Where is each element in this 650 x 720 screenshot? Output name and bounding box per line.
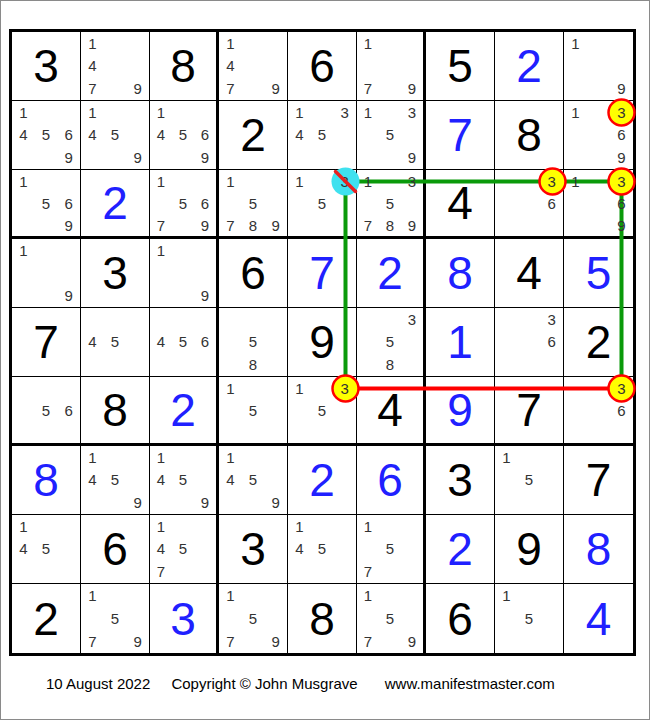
cell-r1c8[interactable]: 2 [495, 32, 564, 101]
cell-r1c5[interactable]: 6 [288, 32, 357, 101]
pencil-8: 8 [242, 353, 265, 376]
pencil-1: 1 [219, 170, 242, 192]
pencil-9: 9 [610, 77, 633, 100]
pencil-1: 1 [357, 101, 379, 124]
cell-r8c5[interactable]: 145 [288, 515, 357, 584]
pencil-6: 6 [194, 331, 216, 354]
pencil-marks: 145 [12, 515, 80, 583]
pencil-1: 1 [564, 170, 587, 192]
solved-digit: 2 [240, 112, 266, 158]
solved-digit: 4 [377, 387, 403, 433]
cell-r5c7[interactable]: 1 [426, 308, 495, 377]
pencil-marks: 456 [150, 308, 216, 376]
pencil-5: 5 [379, 538, 401, 561]
pencil-1: 1 [219, 377, 242, 399]
pencil-5: 5 [172, 469, 194, 492]
pencil-1: 1 [219, 584, 242, 607]
solved-digit: 2 [102, 180, 128, 226]
pencil-5: 5 [172, 331, 194, 354]
cell-r7c9[interactable]: 7 [564, 446, 633, 515]
pencil-8: 8 [379, 214, 401, 236]
solved-digit: 3 [240, 526, 266, 572]
cell-r4c1[interactable]: 19 [12, 239, 81, 308]
solved-digit: 2 [377, 250, 403, 296]
cell-r6c1[interactable]: 56 [12, 377, 81, 446]
pencil-1: 1 [150, 101, 172, 124]
pencil-6: 6 [610, 399, 633, 421]
solved-digit: 6 [102, 526, 128, 572]
pencil-1: 1 [81, 101, 104, 124]
pencil-marks: 1459 [81, 446, 149, 514]
cell-r1c9[interactable]: 19 [564, 32, 633, 101]
pencil-7: 7 [357, 214, 379, 236]
pencil-5: 5 [242, 331, 265, 354]
pencil-5: 5 [35, 399, 58, 421]
pencil-marks: 45 [81, 308, 149, 376]
pencil-4: 4 [12, 124, 35, 147]
footer: 10 August 2022 Copyright © John Musgrave… [46, 675, 555, 692]
cell-r9c5[interactable]: 8 [288, 584, 357, 653]
cell-r8c2[interactable]: 6 [81, 515, 150, 584]
pencil-6: 6 [194, 192, 216, 214]
cell-r8c8[interactable]: 9 [495, 515, 564, 584]
pencil-marks: 1479 [219, 32, 287, 100]
pencil-1: 1 [81, 32, 104, 55]
pencil-5: 5 [242, 607, 265, 630]
pencil-1: 1 [288, 170, 311, 192]
solved-digit: 8 [586, 526, 612, 572]
solved-digit: 2 [586, 319, 612, 365]
cell-r7c1[interactable]: 8 [12, 446, 81, 515]
cell-r5c2[interactable]: 45 [81, 308, 150, 377]
pencil-7: 7 [81, 77, 104, 100]
cell-r9c8[interactable]: 15 [495, 584, 564, 653]
pencil-3: 3 [610, 101, 633, 124]
pencil-marks: 358 [357, 308, 423, 376]
pencil-5: 5 [311, 192, 334, 214]
pencil-1: 1 [288, 515, 311, 538]
solved-digit: 2 [447, 526, 473, 572]
pencil-1: 1 [12, 170, 35, 192]
pencil-9: 9 [401, 77, 423, 100]
pencil-marks: 36 [495, 170, 563, 236]
pencil-9: 9 [126, 146, 149, 169]
pencil-marks: 1459 [150, 446, 216, 514]
pencil-marks: 1345 [288, 101, 356, 169]
pencil-9: 9 [126, 77, 149, 100]
cell-r8c7[interactable]: 2 [426, 515, 495, 584]
cell-r7c3[interactable]: 1459 [150, 446, 219, 515]
pencil-5: 5 [379, 192, 401, 214]
cell-r5c6[interactable]: 358 [357, 308, 426, 377]
pencil-marks: 19 [564, 32, 633, 100]
cell-r1c1[interactable]: 3 [12, 32, 81, 101]
cell-r2c3[interactable]: 14569 [150, 101, 219, 170]
solved-digit: 6 [309, 43, 335, 89]
pencil-5: 5 [518, 469, 541, 492]
pencil-6: 6 [57, 124, 80, 147]
solved-digit: 4 [516, 250, 542, 296]
pencil-4: 4 [12, 538, 35, 561]
cell-r4c6[interactable]: 2 [357, 239, 426, 308]
pencil-5: 5 [311, 538, 334, 561]
pencil-marks: 36 [495, 308, 563, 376]
pencil-4: 4 [81, 331, 104, 354]
page: 3147981479617952191456914591456921345135… [0, 0, 650, 720]
cell-r7c4[interactable]: 1459 [219, 446, 288, 515]
pencil-4: 4 [219, 55, 242, 78]
pencil-5: 5 [311, 124, 334, 147]
pencil-4: 4 [150, 124, 172, 147]
cell-r9c6[interactable]: 1579 [357, 584, 426, 653]
pencil-9: 9 [194, 146, 216, 169]
pencil-1: 1 [150, 515, 172, 538]
cell-r8c6[interactable]: 157 [357, 515, 426, 584]
solved-digit: 3 [447, 457, 473, 503]
footer-copyright: Copyright © John Musgrave [171, 675, 357, 692]
pencil-1: 1 [81, 584, 104, 607]
pencil-7: 7 [219, 214, 242, 236]
pencil-marks: 1579 [81, 584, 149, 653]
cell-r2c4[interactable]: 2 [219, 101, 288, 170]
pencil-marks: 15 [495, 446, 563, 514]
pencil-3: 3 [401, 170, 423, 192]
pencil-9: 9 [264, 491, 287, 514]
pencil-7: 7 [150, 560, 172, 583]
cell-r7c6[interactable]: 6 [357, 446, 426, 515]
pencil-marks: 1369 [564, 101, 633, 169]
pencil-4: 4 [150, 469, 172, 492]
pencil-5: 5 [311, 399, 334, 421]
pencil-9: 9 [264, 630, 287, 653]
cell-r4c9[interactable]: 5 [564, 239, 633, 308]
pencil-1: 1 [12, 515, 35, 538]
pencil-5: 5 [104, 331, 127, 354]
cell-r8c4[interactable]: 3 [219, 515, 288, 584]
pencil-1: 1 [357, 515, 379, 538]
pencil-4: 4 [81, 55, 104, 78]
solved-digit: 7 [309, 250, 335, 296]
pencil-marks: 1479 [81, 32, 149, 100]
solved-digit: 7 [447, 112, 473, 158]
cell-r9c1[interactable]: 2 [12, 584, 81, 653]
cell-r1c7[interactable]: 5 [426, 32, 495, 101]
pencil-7: 7 [219, 630, 242, 653]
cell-r3c4[interactable]: 15789 [219, 170, 288, 239]
cell-r2c2[interactable]: 1459 [81, 101, 150, 170]
solved-digit: 6 [447, 596, 473, 642]
pencil-1: 1 [150, 446, 172, 469]
pencil-6: 6 [57, 192, 80, 214]
pencil-marks: 1579 [357, 584, 423, 653]
solved-digit: 6 [377, 457, 403, 503]
pencil-1: 1 [219, 32, 242, 55]
cell-r1c3[interactable]: 8 [150, 32, 219, 101]
pencil-5: 5 [379, 331, 401, 354]
cell-r8c3[interactable]: 1457 [150, 515, 219, 584]
cell-r2c8[interactable]: 8 [495, 101, 564, 170]
solved-digit: 2 [516, 43, 542, 89]
pencil-marks: 1569 [12, 170, 80, 236]
pencil-3: 3 [333, 101, 356, 124]
solved-digit: 8 [447, 250, 473, 296]
cell-r5c5[interactable]: 9 [288, 308, 357, 377]
pencil-5: 5 [518, 607, 541, 630]
pencil-5: 5 [35, 538, 58, 561]
pencil-7: 7 [81, 630, 104, 653]
pencil-5: 5 [104, 124, 127, 147]
cell-r6c5[interactable]: 135 [288, 377, 357, 446]
pencil-4: 4 [150, 538, 172, 561]
pencil-marks: 157 [357, 515, 423, 583]
pencil-6: 6 [194, 124, 216, 147]
pencil-4: 4 [81, 469, 104, 492]
solved-digit: 9 [447, 387, 473, 433]
pencil-1: 1 [495, 584, 518, 607]
pencil-5: 5 [242, 399, 265, 421]
solved-digit: 8 [516, 112, 542, 158]
cell-r5c8[interactable]: 36 [495, 308, 564, 377]
solved-digit: 5 [586, 250, 612, 296]
pencil-marks: 135789 [357, 170, 423, 236]
pencil-marks: 1459 [219, 446, 287, 514]
cell-r2c6[interactable]: 1359 [357, 101, 426, 170]
pencil-marks: 135 [288, 377, 356, 443]
pencil-1: 1 [150, 170, 172, 192]
pencil-1: 1 [357, 170, 379, 192]
pencil-4: 4 [288, 124, 311, 147]
cell-r4c3[interactable]: 19 [150, 239, 219, 308]
cell-r5c3[interactable]: 456 [150, 308, 219, 377]
pencil-9: 9 [194, 284, 216, 307]
pencil-4: 4 [288, 538, 311, 561]
pencil-9: 9 [126, 630, 149, 653]
pencil-3: 3 [333, 377, 356, 399]
cell-r3c2[interactable]: 2 [81, 170, 150, 239]
pencil-9: 9 [401, 146, 423, 169]
pencil-3: 3 [540, 308, 563, 331]
cell-r4c4[interactable]: 6 [219, 239, 288, 308]
cell-r7c2[interactable]: 1459 [81, 446, 150, 515]
pencil-9: 9 [194, 491, 216, 514]
solved-digit: 9 [516, 526, 542, 572]
cell-r4c5[interactable]: 7 [288, 239, 357, 308]
pencil-marks: 135 [288, 170, 356, 236]
pencil-9: 9 [57, 214, 80, 236]
pencil-7: 7 [219, 77, 242, 100]
solved-digit: 8 [102, 387, 128, 433]
cell-r6c7[interactable]: 9 [426, 377, 495, 446]
solved-digit: 9 [309, 319, 335, 365]
pencil-marks: 1359 [357, 101, 423, 169]
pencil-1: 1 [288, 101, 311, 124]
solved-digit: 8 [170, 43, 196, 89]
pencil-1: 1 [357, 32, 379, 55]
pencil-7: 7 [150, 214, 172, 236]
cell-r3c9[interactable]: 1369 [564, 170, 633, 239]
pencil-6: 6 [540, 331, 563, 354]
cell-r5c9[interactable]: 2 [564, 308, 633, 377]
pencil-6: 6 [610, 124, 633, 147]
pencil-5: 5 [172, 192, 194, 214]
pencil-5: 5 [242, 469, 265, 492]
pencil-marks: 15 [495, 584, 563, 653]
pencil-6: 6 [540, 192, 563, 214]
footer-website: www.manifestmaster.com [385, 675, 555, 692]
pencil-5: 5 [172, 538, 194, 561]
cell-r9c7[interactable]: 6 [426, 584, 495, 653]
cell-r3c6[interactable]: 135789 [357, 170, 426, 239]
pencil-1: 1 [150, 239, 172, 262]
pencil-5: 5 [242, 192, 265, 214]
cell-r7c5[interactable]: 2 [288, 446, 357, 515]
pencil-1: 1 [12, 101, 35, 124]
cell-r2c5[interactable]: 1345 [288, 101, 357, 170]
pencil-3: 3 [610, 377, 633, 399]
solved-digit: 7 [516, 387, 542, 433]
pencil-7: 7 [357, 630, 379, 653]
cell-r4c7[interactable]: 8 [426, 239, 495, 308]
pencil-marks: 1457 [150, 515, 216, 583]
cell-r8c9[interactable]: 8 [564, 515, 633, 584]
pencil-9: 9 [194, 214, 216, 236]
pencil-4: 4 [150, 331, 172, 354]
cell-r3c3[interactable]: 15679 [150, 170, 219, 239]
pencil-marks: 1369 [564, 170, 633, 236]
cell-r4c2[interactable]: 3 [81, 239, 150, 308]
pencil-1: 1 [12, 239, 35, 262]
pencil-5: 5 [172, 124, 194, 147]
pencil-marks: 15789 [219, 170, 287, 236]
pencil-5: 5 [379, 124, 401, 147]
cell-r7c8[interactable]: 15 [495, 446, 564, 515]
pencil-1: 1 [219, 446, 242, 469]
pencil-9: 9 [126, 491, 149, 514]
pencil-5: 5 [35, 192, 58, 214]
cell-r6c4[interactable]: 15 [219, 377, 288, 446]
cell-r6c2[interactable]: 8 [81, 377, 150, 446]
solved-digit: 3 [102, 250, 128, 296]
cell-r7c7[interactable]: 3 [426, 446, 495, 515]
cell-r4c8[interactable]: 4 [495, 239, 564, 308]
cell-r3c1[interactable]: 1569 [12, 170, 81, 239]
pencil-3: 3 [401, 308, 423, 331]
cell-r9c9[interactable]: 4 [564, 584, 633, 653]
pencil-9: 9 [401, 214, 423, 236]
solved-digit: 7 [586, 457, 612, 503]
pencil-3: 3 [401, 101, 423, 124]
pencil-7: 7 [357, 77, 379, 100]
pencil-marks: 58 [219, 308, 287, 376]
pencil-1: 1 [81, 446, 104, 469]
cell-r1c6[interactable]: 179 [357, 32, 426, 101]
pencil-marks: 145 [288, 515, 356, 583]
pencil-marks: 1579 [219, 584, 287, 653]
pencil-7: 7 [357, 560, 379, 583]
pencil-5: 5 [379, 607, 401, 630]
solved-digit: 1 [447, 319, 473, 365]
pencil-marks: 19 [12, 239, 80, 307]
cell-r6c9[interactable]: 36 [564, 377, 633, 446]
solved-digit: 7 [33, 319, 59, 365]
pencil-1: 1 [495, 446, 518, 469]
pencil-9: 9 [610, 146, 633, 169]
pencil-8: 8 [379, 353, 401, 376]
pencil-9: 9 [264, 77, 287, 100]
cell-r2c1[interactable]: 14569 [12, 101, 81, 170]
solved-digit: 6 [240, 250, 266, 296]
pencil-3: 3 [540, 170, 563, 192]
cell-r6c3[interactable]: 2 [150, 377, 219, 446]
pencil-4: 4 [81, 124, 104, 147]
solved-digit: 5 [447, 43, 473, 89]
cell-r2c7[interactable]: 7 [426, 101, 495, 170]
pencil-9: 9 [57, 284, 80, 307]
pencil-1: 1 [288, 377, 311, 399]
solved-digit: 4 [447, 180, 473, 226]
pencil-9: 9 [401, 630, 423, 653]
pencil-6: 6 [610, 192, 633, 214]
cell-r9c4[interactable]: 1579 [219, 584, 288, 653]
pencil-marks: 1459 [81, 101, 149, 169]
solved-digit: 3 [170, 596, 196, 642]
cell-r9c3[interactable]: 3 [150, 584, 219, 653]
solved-digit: 2 [309, 457, 335, 503]
pencil-marks: 14569 [150, 101, 216, 169]
pencil-marks: 15679 [150, 170, 216, 236]
pencil-3: 3 [610, 170, 633, 192]
cell-r8c1[interactable]: 145 [12, 515, 81, 584]
sudoku-board: 3147981479617952191456914591456921345135… [9, 29, 636, 656]
pencil-marks: 15 [219, 377, 287, 443]
solved-digit: 8 [33, 457, 59, 503]
solved-digit: 3 [33, 43, 59, 89]
footer-date: 10 August 2022 [46, 675, 150, 692]
pencil-9: 9 [264, 214, 287, 236]
solved-digit: 2 [33, 596, 59, 642]
cell-r2c9[interactable]: 1369 [564, 101, 633, 170]
cell-r5c4[interactable]: 58 [219, 308, 288, 377]
pencil-1: 1 [564, 32, 587, 55]
pencil-marks: 179 [357, 32, 423, 100]
pencil-5: 5 [35, 124, 58, 147]
cell-r3c8[interactable]: 36 [495, 170, 564, 239]
pencil-9: 9 [610, 214, 633, 236]
solved-digit: 4 [586, 596, 612, 642]
cell-r3c7[interactable]: 4 [426, 170, 495, 239]
cell-r3c5[interactable]: 135 [288, 170, 357, 239]
cell-r6c8[interactable]: 7 [495, 377, 564, 446]
cell-r1c2[interactable]: 1479 [81, 32, 150, 101]
pencil-8: 8 [242, 214, 265, 236]
cell-r9c2[interactable]: 1579 [81, 584, 150, 653]
pencil-3: 3 [333, 170, 356, 192]
pencil-6: 6 [57, 399, 80, 421]
pencil-4: 4 [219, 469, 242, 492]
pencil-marks: 36 [564, 377, 633, 443]
pencil-9: 9 [57, 146, 80, 169]
cell-r5c1[interactable]: 7 [12, 308, 81, 377]
pencil-5: 5 [104, 469, 127, 492]
pencil-1: 1 [357, 584, 379, 607]
pencil-marks: 56 [12, 377, 80, 443]
pencil-5: 5 [104, 607, 127, 630]
solved-digit: 8 [309, 596, 335, 642]
pencil-marks: 19 [150, 239, 216, 307]
cell-r6c6[interactable]: 4 [357, 377, 426, 446]
solved-digit: 2 [170, 387, 196, 433]
cell-r1c4[interactable]: 1479 [219, 32, 288, 101]
